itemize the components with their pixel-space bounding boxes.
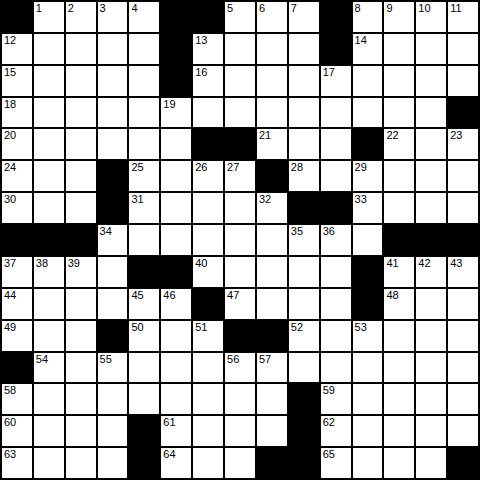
white-cell-r3c7[interactable] [225, 98, 255, 128]
clue-number-28: 28 [291, 161, 303, 173]
white-cell-r8c6[interactable]: 40 [193, 257, 223, 287]
white-cell-r2c14[interactable] [448, 66, 478, 96]
white-cell-r4c14[interactable]: 23 [448, 129, 478, 159]
clue-number-4: 4 [131, 2, 137, 14]
crossword-grid: 1234567891011121314151617181920212223242… [0, 0, 480, 480]
black-cell-r14c9 [289, 448, 319, 478]
clue-number-62: 62 [323, 416, 335, 428]
clue-number-53: 53 [355, 321, 367, 333]
white-cell-r4c13[interactable] [416, 129, 446, 159]
white-cell-r8c1[interactable]: 38 [34, 257, 64, 287]
white-cell-r4c8[interactable]: 21 [257, 129, 287, 159]
black-cell-r8c5 [161, 257, 191, 287]
white-cell-r4c4[interactable] [129, 129, 159, 159]
white-cell-r12c12[interactable] [384, 384, 414, 414]
white-cell-r5c5[interactable] [161, 161, 191, 191]
white-cell-r7c9[interactable]: 35 [289, 225, 319, 255]
white-cell-r13c10[interactable]: 62 [321, 416, 351, 446]
white-cell-r9c1[interactable] [34, 289, 64, 319]
clue-number-37: 37 [4, 257, 16, 269]
white-cell-r6c5[interactable] [161, 193, 191, 223]
black-cell-r0c0 [2, 2, 32, 32]
clue-number-32: 32 [259, 193, 271, 205]
clue-number-29: 29 [355, 161, 367, 173]
white-cell-r5c11[interactable]: 29 [353, 161, 383, 191]
white-cell-r1c7[interactable] [225, 34, 255, 64]
black-cell-r7c12 [384, 225, 414, 255]
white-cell-r4c1[interactable] [34, 129, 64, 159]
white-cell-r3c8[interactable] [257, 98, 287, 128]
white-cell-r9c12[interactable]: 48 [384, 289, 414, 319]
white-cell-r5c0[interactable]: 24 [2, 161, 32, 191]
black-cell-r8c4 [129, 257, 159, 287]
clue-number-55: 55 [100, 353, 112, 365]
white-cell-r2c11[interactable] [353, 66, 383, 96]
clue-number-52: 52 [291, 321, 303, 333]
clue-number-39: 39 [68, 257, 80, 269]
white-cell-r3c2[interactable] [66, 98, 96, 128]
white-cell-r8c13[interactable]: 42 [416, 257, 446, 287]
clue-number-36: 36 [323, 225, 335, 237]
white-cell-r6c11[interactable]: 33 [353, 193, 383, 223]
black-cell-r6c9 [289, 193, 319, 223]
white-cell-r4c10[interactable] [321, 129, 351, 159]
white-cell-r10c0[interactable]: 49 [2, 321, 32, 351]
white-cell-r10c5[interactable] [161, 321, 191, 351]
white-cell-r1c0[interactable]: 12 [2, 34, 32, 64]
white-cell-r6c6[interactable] [193, 193, 223, 223]
clue-number-48: 48 [386, 289, 398, 301]
white-cell-r7c5[interactable] [161, 225, 191, 255]
white-cell-r13c13[interactable] [416, 416, 446, 446]
white-cell-r13c14[interactable] [448, 416, 478, 446]
white-cell-r7c8[interactable] [257, 225, 287, 255]
clue-number-54: 54 [36, 353, 48, 365]
clue-number-10: 10 [418, 2, 430, 14]
white-cell-r3c9[interactable] [289, 98, 319, 128]
white-cell-r1c2[interactable] [66, 34, 96, 64]
white-cell-r12c0[interactable]: 58 [2, 384, 32, 414]
clue-number-20: 20 [4, 129, 16, 141]
white-cell-r3c11[interactable] [353, 98, 383, 128]
white-cell-r11c8[interactable]: 57 [257, 353, 287, 383]
white-cell-r2c9[interactable] [289, 66, 319, 96]
white-cell-r12c3[interactable] [98, 384, 128, 414]
white-cell-r13c11[interactable] [353, 416, 383, 446]
white-cell-r2c2[interactable] [66, 66, 96, 96]
clue-number-47: 47 [227, 289, 239, 301]
clue-number-56: 56 [227, 353, 239, 365]
clue-number-60: 60 [4, 416, 16, 428]
white-cell-r6c0[interactable]: 30 [2, 193, 32, 223]
clue-number-9: 9 [386, 2, 392, 14]
white-cell-r0c8[interactable]: 6 [257, 2, 287, 32]
white-cell-r6c14[interactable] [448, 193, 478, 223]
white-cell-r2c1[interactable] [34, 66, 64, 96]
white-cell-r11c11[interactable] [353, 353, 383, 383]
clue-number-3: 3 [100, 2, 106, 14]
white-cell-r1c8[interactable] [257, 34, 287, 64]
white-cell-r6c4[interactable]: 31 [129, 193, 159, 223]
white-cell-r1c3[interactable] [98, 34, 128, 64]
white-cell-r14c7[interactable] [225, 448, 255, 478]
clue-number-6: 6 [259, 2, 265, 14]
white-cell-r5c9[interactable]: 28 [289, 161, 319, 191]
white-cell-r6c8[interactable]: 32 [257, 193, 287, 223]
black-cell-r14c8 [257, 448, 287, 478]
black-cell-r14c14 [448, 448, 478, 478]
white-cell-r0c4[interactable]: 4 [129, 2, 159, 32]
white-cell-r5c1[interactable] [34, 161, 64, 191]
clue-number-59: 59 [323, 384, 335, 396]
white-cell-r13c0[interactable]: 60 [2, 416, 32, 446]
white-cell-r2c0[interactable]: 15 [2, 66, 32, 96]
white-cell-r2c3[interactable] [98, 66, 128, 96]
black-cell-r10c7 [225, 321, 255, 351]
white-cell-r12c5[interactable] [161, 384, 191, 414]
white-cell-r5c14[interactable] [448, 161, 478, 191]
white-cell-r14c13[interactable] [416, 448, 446, 478]
white-cell-r4c9[interactable] [289, 129, 319, 159]
white-cell-r10c4[interactable]: 50 [129, 321, 159, 351]
clue-number-49: 49 [4, 321, 16, 333]
white-cell-r3c5[interactable]: 19 [161, 98, 191, 128]
black-cell-r0c5 [161, 2, 191, 32]
white-cell-r0c1[interactable]: 1 [34, 2, 64, 32]
white-cell-r2c4[interactable] [129, 66, 159, 96]
clue-number-33: 33 [355, 193, 367, 205]
clue-number-5: 5 [227, 2, 233, 14]
black-cell-r9c6 [193, 289, 223, 319]
white-cell-r4c5[interactable] [161, 129, 191, 159]
white-cell-r14c2[interactable] [66, 448, 96, 478]
white-cell-r8c0[interactable]: 37 [2, 257, 32, 287]
white-cell-r3c12[interactable] [384, 98, 414, 128]
white-cell-r13c6[interactable] [193, 416, 223, 446]
white-cell-r1c12[interactable] [384, 34, 414, 64]
white-cell-r5c6[interactable]: 26 [193, 161, 223, 191]
white-cell-r6c12[interactable] [384, 193, 414, 223]
clue-number-65: 65 [323, 448, 335, 460]
white-cell-r0c14[interactable]: 11 [448, 2, 478, 32]
white-cell-r1c4[interactable] [129, 34, 159, 64]
clue-number-44: 44 [4, 289, 16, 301]
white-cell-r0c9[interactable]: 7 [289, 2, 319, 32]
white-cell-r9c4[interactable]: 45 [129, 289, 159, 319]
black-cell-r6c3 [98, 193, 128, 223]
clue-number-64: 64 [163, 448, 175, 460]
black-cell-r5c3 [98, 161, 128, 191]
white-cell-r12c4[interactable] [129, 384, 159, 414]
white-cell-r10c2[interactable] [66, 321, 96, 351]
black-cell-r4c6 [193, 129, 223, 159]
white-cell-r11c7[interactable]: 56 [225, 353, 255, 383]
white-cell-r7c11[interactable] [353, 225, 383, 255]
black-cell-r7c13 [416, 225, 446, 255]
clue-number-17: 17 [323, 66, 335, 78]
black-cell-r10c8 [257, 321, 287, 351]
clue-number-21: 21 [259, 129, 271, 141]
white-cell-r11c12[interactable] [384, 353, 414, 383]
white-cell-r12c13[interactable] [416, 384, 446, 414]
white-cell-r3c4[interactable] [129, 98, 159, 128]
white-cell-r13c12[interactable] [384, 416, 414, 446]
black-cell-r5c8 [257, 161, 287, 191]
white-cell-r12c7[interactable] [225, 384, 255, 414]
white-cell-r9c13[interactable] [416, 289, 446, 319]
white-cell-r0c13[interactable]: 10 [416, 2, 446, 32]
white-cell-r11c3[interactable]: 55 [98, 353, 128, 383]
clue-number-46: 46 [163, 289, 175, 301]
black-cell-r7c0 [2, 225, 32, 255]
white-cell-r12c11[interactable] [353, 384, 383, 414]
white-cell-r9c14[interactable] [448, 289, 478, 319]
white-cell-r8c3[interactable] [98, 257, 128, 287]
white-cell-r7c6[interactable] [193, 225, 223, 255]
white-cell-r5c2[interactable] [66, 161, 96, 191]
white-cell-r12c14[interactable] [448, 384, 478, 414]
black-cell-r13c9 [289, 416, 319, 446]
white-cell-r1c13[interactable] [416, 34, 446, 64]
clue-number-1: 1 [36, 2, 42, 14]
black-cell-r4c11 [353, 129, 383, 159]
clue-number-26: 26 [195, 161, 207, 173]
white-cell-r14c6[interactable] [193, 448, 223, 478]
white-cell-r0c11[interactable]: 8 [353, 2, 383, 32]
white-cell-r3c6[interactable] [193, 98, 223, 128]
black-cell-r0c10 [321, 2, 351, 32]
white-cell-r11c9[interactable] [289, 353, 319, 383]
black-cell-r1c10 [321, 34, 351, 64]
black-cell-r7c1 [34, 225, 64, 255]
clue-number-57: 57 [259, 353, 271, 365]
white-cell-r11c10[interactable] [321, 353, 351, 383]
white-cell-r9c3[interactable] [98, 289, 128, 319]
white-cell-r10c1[interactable] [34, 321, 64, 351]
white-cell-r2c6[interactable]: 16 [193, 66, 223, 96]
white-cell-r7c4[interactable] [129, 225, 159, 255]
clue-number-8: 8 [355, 2, 361, 14]
white-cell-r9c8[interactable] [257, 289, 287, 319]
white-cell-r13c7[interactable] [225, 416, 255, 446]
white-cell-r3c3[interactable] [98, 98, 128, 128]
white-cell-r14c11[interactable] [353, 448, 383, 478]
white-cell-r8c10[interactable] [321, 257, 351, 287]
white-cell-r7c3[interactable]: 34 [98, 225, 128, 255]
white-cell-r3c0[interactable]: 18 [2, 98, 32, 128]
clue-number-45: 45 [131, 289, 143, 301]
black-cell-r3c14 [448, 98, 478, 128]
white-cell-r0c7[interactable]: 5 [225, 2, 255, 32]
clue-number-12: 12 [4, 34, 16, 46]
clue-number-22: 22 [386, 129, 398, 141]
clue-number-38: 38 [36, 257, 48, 269]
white-cell-r1c6[interactable]: 13 [193, 34, 223, 64]
black-cell-r8c11 [353, 257, 383, 287]
white-cell-r4c0[interactable]: 20 [2, 129, 32, 159]
black-cell-r12c9 [289, 384, 319, 414]
white-cell-r11c6[interactable] [193, 353, 223, 383]
white-cell-r12c6[interactable] [193, 384, 223, 414]
white-cell-r12c1[interactable] [34, 384, 64, 414]
white-cell-r9c2[interactable] [66, 289, 96, 319]
white-cell-r5c7[interactable]: 27 [225, 161, 255, 191]
white-cell-r14c0[interactable]: 63 [2, 448, 32, 478]
white-cell-r6c2[interactable] [66, 193, 96, 223]
white-cell-r6c1[interactable] [34, 193, 64, 223]
white-cell-r3c10[interactable] [321, 98, 351, 128]
white-cell-r5c4[interactable]: 25 [129, 161, 159, 191]
black-cell-r7c14 [448, 225, 478, 255]
black-cell-r1c5 [161, 34, 191, 64]
white-cell-r11c5[interactable] [161, 353, 191, 383]
black-cell-r11c0 [2, 353, 32, 383]
white-cell-r6c13[interactable] [416, 193, 446, 223]
clue-number-7: 7 [291, 2, 297, 14]
white-cell-r1c9[interactable] [289, 34, 319, 64]
clue-number-15: 15 [4, 66, 16, 78]
white-cell-r9c7[interactable]: 47 [225, 289, 255, 319]
white-cell-r3c1[interactable] [34, 98, 64, 128]
black-cell-r4c7 [225, 129, 255, 159]
black-cell-r7c2 [66, 225, 96, 255]
white-cell-r8c12[interactable]: 41 [384, 257, 414, 287]
clue-number-18: 18 [4, 98, 16, 110]
clue-number-51: 51 [195, 321, 207, 333]
white-cell-r1c11[interactable]: 14 [353, 34, 383, 64]
white-cell-r2c12[interactable] [384, 66, 414, 96]
white-cell-r11c14[interactable] [448, 353, 478, 383]
clue-number-35: 35 [291, 225, 303, 237]
clue-number-61: 61 [163, 416, 175, 428]
white-cell-r12c2[interactable] [66, 384, 96, 414]
white-cell-r9c5[interactable]: 46 [161, 289, 191, 319]
white-cell-r8c2[interactable]: 39 [66, 257, 96, 287]
white-cell-r11c2[interactable] [66, 353, 96, 383]
black-cell-r13c4 [129, 416, 159, 446]
white-cell-r5c12[interactable] [384, 161, 414, 191]
white-cell-r2c10[interactable]: 17 [321, 66, 351, 96]
white-cell-r2c8[interactable] [257, 66, 287, 96]
white-cell-r12c10[interactable]: 59 [321, 384, 351, 414]
white-cell-r14c1[interactable] [34, 448, 64, 478]
clue-number-43: 43 [450, 257, 462, 269]
white-cell-r13c3[interactable] [98, 416, 128, 446]
white-cell-r0c3[interactable]: 3 [98, 2, 128, 32]
black-cell-r0c6 [193, 2, 223, 32]
white-cell-r8c8[interactable] [257, 257, 287, 287]
white-cell-r10c6[interactable]: 51 [193, 321, 223, 351]
clue-number-2: 2 [68, 2, 74, 14]
white-cell-r0c2[interactable]: 2 [66, 2, 96, 32]
white-cell-r13c5[interactable]: 61 [161, 416, 191, 446]
white-cell-r14c5[interactable]: 64 [161, 448, 191, 478]
clue-number-11: 11 [450, 2, 461, 14]
white-cell-r10c14[interactable] [448, 321, 478, 351]
white-cell-r9c10[interactable] [321, 289, 351, 319]
white-cell-r10c10[interactable] [321, 321, 351, 351]
white-cell-r13c1[interactable] [34, 416, 64, 446]
clue-number-13: 13 [195, 34, 207, 46]
white-cell-r10c13[interactable] [416, 321, 446, 351]
white-cell-r4c12[interactable]: 22 [384, 129, 414, 159]
white-cell-r1c1[interactable] [34, 34, 64, 64]
clue-number-14: 14 [355, 34, 367, 46]
black-cell-r10c3 [98, 321, 128, 351]
white-cell-r5c13[interactable] [416, 161, 446, 191]
white-cell-r12c8[interactable] [257, 384, 287, 414]
white-cell-r7c7[interactable] [225, 225, 255, 255]
white-cell-r14c10[interactable]: 65 [321, 448, 351, 478]
white-cell-r0c12[interactable]: 9 [384, 2, 414, 32]
clue-number-16: 16 [195, 66, 207, 78]
clue-number-40: 40 [195, 257, 207, 269]
white-cell-r4c2[interactable] [66, 129, 96, 159]
clue-number-27: 27 [227, 161, 239, 173]
white-cell-r14c12[interactable] [384, 448, 414, 478]
white-cell-r11c1[interactable]: 54 [34, 353, 64, 383]
white-cell-r10c11[interactable]: 53 [353, 321, 383, 351]
clue-number-30: 30 [4, 193, 16, 205]
white-cell-r5c10[interactable] [321, 161, 351, 191]
clue-number-50: 50 [131, 321, 143, 333]
white-cell-r11c13[interactable] [416, 353, 446, 383]
black-cell-r6c10 [321, 193, 351, 223]
white-cell-r10c9[interactable]: 52 [289, 321, 319, 351]
white-cell-r9c9[interactable] [289, 289, 319, 319]
clue-number-19: 19 [163, 98, 175, 110]
clue-number-58: 58 [4, 384, 16, 396]
white-cell-r14c3[interactable] [98, 448, 128, 478]
clue-number-63: 63 [4, 448, 16, 460]
white-cell-r8c7[interactable] [225, 257, 255, 287]
white-cell-r1c14[interactable] [448, 34, 478, 64]
white-cell-r7c10[interactable]: 36 [321, 225, 351, 255]
clue-number-34: 34 [100, 225, 112, 237]
white-cell-r8c14[interactable]: 43 [448, 257, 478, 287]
white-cell-r2c7[interactable] [225, 66, 255, 96]
clue-number-42: 42 [418, 257, 430, 269]
white-cell-r13c8[interactable] [257, 416, 287, 446]
white-cell-r2c13[interactable] [416, 66, 446, 96]
white-cell-r13c2[interactable] [66, 416, 96, 446]
black-cell-r9c11 [353, 289, 383, 319]
clue-number-24: 24 [4, 161, 16, 173]
white-cell-r11c4[interactable] [129, 353, 159, 383]
clue-number-23: 23 [450, 129, 462, 141]
white-cell-r9c0[interactable]: 44 [2, 289, 32, 319]
white-cell-r10c12[interactable] [384, 321, 414, 351]
clue-number-25: 25 [131, 161, 143, 173]
black-cell-r14c4 [129, 448, 159, 478]
clue-number-41: 41 [386, 257, 398, 269]
white-cell-r6c7[interactable] [225, 193, 255, 223]
white-cell-r8c9[interactable] [289, 257, 319, 287]
black-cell-r2c5 [161, 66, 191, 96]
white-cell-r4c3[interactable] [98, 129, 128, 159]
clue-number-31: 31 [131, 193, 143, 205]
white-cell-r3c13[interactable] [416, 98, 446, 128]
